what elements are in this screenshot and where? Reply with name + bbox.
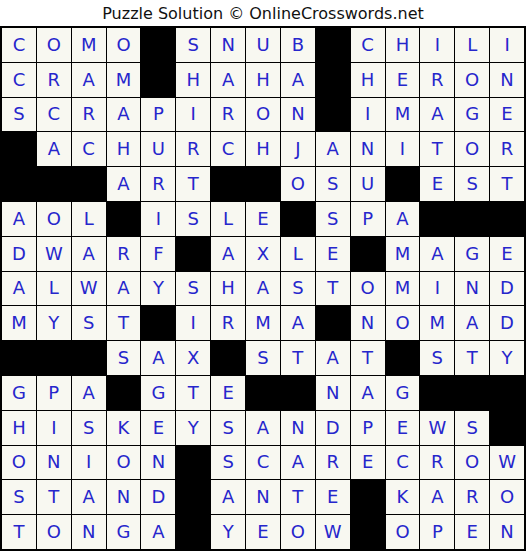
letter-cell-r10c11: T (351, 341, 385, 375)
letter-cell-r7c8: X (246, 237, 280, 271)
letter-cell-r3c15: E (490, 98, 524, 132)
letter-cell-r8c1: A (2, 272, 36, 306)
letter-cell-r15c1: T (2, 515, 36, 549)
black-cell-r11c13 (420, 376, 454, 410)
letter-cell-r6c2: O (37, 202, 71, 236)
letter-cell-r9c7: R (211, 306, 245, 340)
letter-cell-r14c7: A (211, 480, 245, 514)
letter-cell-r3c4: A (107, 98, 141, 132)
letter-cell-r14c5: D (141, 480, 175, 514)
letter-cell-r14c8: N (246, 480, 280, 514)
letter-cell-r13c9: A (281, 446, 315, 480)
black-cell-r11c14 (455, 376, 489, 410)
letter-cell-r10c5: A (141, 341, 175, 375)
black-cell-r5c8 (246, 167, 280, 201)
letter-cell-r2c13: R (420, 63, 454, 97)
black-cell-r11c9 (281, 376, 315, 410)
black-cell-r14c6 (176, 480, 210, 514)
letter-cell-r2c14: O (455, 63, 489, 97)
letter-cell-r9c13: M (420, 306, 454, 340)
letter-cell-r10c14: T (455, 341, 489, 375)
letter-cell-r7c13: A (420, 237, 454, 271)
letter-cell-r8c2: L (37, 272, 71, 306)
letter-cell-r9c3: S (72, 306, 106, 340)
letter-cell-r2c12: E (386, 63, 420, 97)
letter-cell-r2c15: N (490, 63, 524, 97)
black-cell-r6c15 (490, 202, 524, 236)
letter-cell-r15c2: O (37, 515, 71, 549)
letter-cell-r4c15: R (490, 132, 524, 166)
letter-cell-r10c9: T (281, 341, 315, 375)
letter-cell-r10c8: S (246, 341, 280, 375)
letter-cell-r15c12: O (386, 515, 420, 549)
letter-cell-r7c4: R (107, 237, 141, 271)
letter-cell-r11c11: A (351, 376, 385, 410)
letter-cell-r15c13: P (420, 515, 454, 549)
letter-cell-r12c12: E (386, 411, 420, 445)
letter-cell-r8c3: W (72, 272, 106, 306)
letter-cell-r12c9: N (281, 411, 315, 445)
letter-cell-r11c12: G (386, 376, 420, 410)
black-cell-r10c1 (2, 341, 36, 375)
letter-cell-r8c14: N (455, 272, 489, 306)
letter-cell-r1c11: C (351, 28, 385, 62)
letter-cell-r2c6: H (176, 63, 210, 97)
letter-cell-r3c9: N (281, 98, 315, 132)
letter-cell-r15c10: W (316, 515, 350, 549)
letter-cell-r12c1: H (2, 411, 36, 445)
letter-cell-r5c4: A (107, 167, 141, 201)
letter-cell-r13c12: C (386, 446, 420, 480)
letter-cell-r13c1: O (2, 446, 36, 480)
black-cell-r6c9 (281, 202, 315, 236)
letter-cell-r5c14: S (455, 167, 489, 201)
letter-cell-r6c1: A (2, 202, 36, 236)
crossword-grid: COMOSNUBCHILICRAMHAHAHERONSCRAPIRONIMAGE… (0, 26, 526, 551)
black-cell-r1c5 (141, 28, 175, 62)
letter-cell-r2c7: A (211, 63, 245, 97)
letter-cell-r12c5: E (141, 411, 175, 445)
letter-cell-r2c4: M (107, 63, 141, 97)
letter-cell-r1c6: S (176, 28, 210, 62)
black-cell-r9c10 (316, 306, 350, 340)
letter-cell-r4c3: C (72, 132, 106, 166)
black-cell-r9c5 (141, 306, 175, 340)
letter-cell-r10c6: X (176, 341, 210, 375)
letter-cell-r12c10: D (316, 411, 350, 445)
letter-cell-r13c10: R (316, 446, 350, 480)
letter-cell-r7c9: L (281, 237, 315, 271)
letter-cell-r12c7: S (211, 411, 245, 445)
black-cell-r15c6 (176, 515, 210, 549)
letter-cell-r13c8: C (246, 446, 280, 480)
letter-cell-r15c5: A (141, 515, 175, 549)
black-cell-r7c6 (176, 237, 210, 271)
letter-cell-r8c11: O (351, 272, 385, 306)
letter-cell-r2c2: R (37, 63, 71, 97)
letter-cell-r14c12: K (386, 480, 420, 514)
letter-cell-r13c3: I (72, 446, 106, 480)
letter-cell-r10c15: Y (490, 341, 524, 375)
letter-cell-r4c5: U (141, 132, 175, 166)
letter-cell-r2c3: A (72, 63, 106, 97)
black-cell-r11c4 (107, 376, 141, 410)
black-cell-r5c3 (72, 167, 106, 201)
black-cell-r4c1 (2, 132, 36, 166)
letter-cell-r6c3: L (72, 202, 106, 236)
letter-cell-r9c15: D (490, 306, 524, 340)
letter-cell-r3c3: R (72, 98, 106, 132)
letter-cell-r4c7: C (211, 132, 245, 166)
letter-cell-r14c3: A (72, 480, 106, 514)
letter-cell-r1c8: U (246, 28, 280, 62)
letter-cell-r14c4: N (107, 480, 141, 514)
letter-cell-r2c9: A (281, 63, 315, 97)
black-cell-r11c15 (490, 376, 524, 410)
letter-cell-r7c10: E (316, 237, 350, 271)
letter-cell-r1c13: I (420, 28, 454, 62)
letter-cell-r4c6: R (176, 132, 210, 166)
letter-cell-r4c12: I (386, 132, 420, 166)
letter-cell-r13c13: R (420, 446, 454, 480)
letter-cell-r11c10: N (316, 376, 350, 410)
letter-cell-r4c14: O (455, 132, 489, 166)
letter-cell-r4c9: J (281, 132, 315, 166)
black-cell-r6c13 (420, 202, 454, 236)
letter-cell-r12c11: P (351, 411, 385, 445)
black-cell-r10c3 (72, 341, 106, 375)
letter-cell-r5c9: O (281, 167, 315, 201)
letter-cell-r14c13: A (420, 480, 454, 514)
letter-cell-r14c2: T (37, 480, 71, 514)
letter-cell-r6c11: P (351, 202, 385, 236)
letter-cell-r15c14: E (455, 515, 489, 549)
letter-cell-r12c14: S (455, 411, 489, 445)
letter-cell-r3c12: M (386, 98, 420, 132)
letter-cell-r3c13: A (420, 98, 454, 132)
letter-cell-r1c4: O (107, 28, 141, 62)
letter-cell-r3c8: O (246, 98, 280, 132)
letter-cell-r13c5: N (141, 446, 175, 480)
letter-cell-r5c10: S (316, 167, 350, 201)
letter-cell-r6c10: S (316, 202, 350, 236)
letter-cell-r14c10: E (316, 480, 350, 514)
letter-cell-r6c6: S (176, 202, 210, 236)
black-cell-r15c11 (351, 515, 385, 549)
letter-cell-r7c2: W (37, 237, 71, 271)
letter-cell-r12c13: W (420, 411, 454, 445)
letter-cell-r6c8: E (246, 202, 280, 236)
letter-cell-r5c13: E (420, 167, 454, 201)
black-cell-r12c15 (490, 411, 524, 445)
letter-cell-r11c3: A (72, 376, 106, 410)
letter-cell-r12c6: Y (176, 411, 210, 445)
letter-cell-r9c2: Y (37, 306, 71, 340)
letter-cell-r3c2: C (37, 98, 71, 132)
letter-cell-r2c8: H (246, 63, 280, 97)
letter-cell-r5c6: T (176, 167, 210, 201)
letter-cell-r8c6: S (176, 272, 210, 306)
letter-cell-r2c11: H (351, 63, 385, 97)
black-cell-r2c10 (316, 63, 350, 97)
letter-cell-r15c3: N (72, 515, 106, 549)
letter-cell-r9c4: T (107, 306, 141, 340)
letter-cell-r1c2: O (37, 28, 71, 62)
letter-cell-r11c5: G (141, 376, 175, 410)
letter-cell-r9c8: M (246, 306, 280, 340)
letter-cell-r14c1: S (2, 480, 36, 514)
letter-cell-r13c4: O (107, 446, 141, 480)
letter-cell-r13c15: W (490, 446, 524, 480)
letter-cell-r12c8: A (246, 411, 280, 445)
letter-cell-r10c10: A (316, 341, 350, 375)
letter-cell-r8c7: H (211, 272, 245, 306)
letter-cell-r3c11: I (351, 98, 385, 132)
black-cell-r6c4 (107, 202, 141, 236)
letter-cell-r6c7: L (211, 202, 245, 236)
black-cell-r6c14 (455, 202, 489, 236)
letter-cell-r7c12: M (386, 237, 420, 271)
letter-cell-r12c2: I (37, 411, 71, 445)
letter-cell-r11c7: E (211, 376, 245, 410)
letter-cell-r8c8: A (246, 272, 280, 306)
letter-cell-r4c11: N (351, 132, 385, 166)
letter-cell-r5c11: U (351, 167, 385, 201)
black-cell-r10c2 (37, 341, 71, 375)
letter-cell-r5c5: R (141, 167, 175, 201)
letter-cell-r15c8: E (246, 515, 280, 549)
letter-cell-r9c1: M (2, 306, 36, 340)
letter-cell-r7c14: G (455, 237, 489, 271)
letter-cell-r11c1: G (2, 376, 36, 410)
letter-cell-r8c9: S (281, 272, 315, 306)
letter-cell-r8c10: T (316, 272, 350, 306)
letter-cell-r14c9: T (281, 480, 315, 514)
black-cell-r14c11 (351, 480, 385, 514)
page-title: Puzzle Solution © OnlineCrosswords.net (102, 4, 424, 23)
letter-cell-r15c4: G (107, 515, 141, 549)
letter-cell-r11c6: T (176, 376, 210, 410)
letter-cell-r7c7: A (211, 237, 245, 271)
letter-cell-r6c12: A (386, 202, 420, 236)
letter-cell-r15c15: N (490, 515, 524, 549)
letter-cell-r4c2: A (37, 132, 71, 166)
letter-cell-r9c6: I (176, 306, 210, 340)
letter-cell-r12c3: S (72, 411, 106, 445)
letter-cell-r1c3: M (72, 28, 106, 62)
letter-cell-r4c4: H (107, 132, 141, 166)
letter-cell-r1c1: C (2, 28, 36, 62)
letter-cell-r4c13: T (420, 132, 454, 166)
letter-cell-r15c9: O (281, 515, 315, 549)
letter-cell-r8c5: Y (141, 272, 175, 306)
letter-cell-r1c9: B (281, 28, 315, 62)
letter-cell-r7c1: D (2, 237, 36, 271)
letter-cell-r14c15: O (490, 480, 524, 514)
letter-cell-r3c6: I (176, 98, 210, 132)
black-cell-r2c5 (141, 63, 175, 97)
letter-cell-r9c12: O (386, 306, 420, 340)
letter-cell-r3c7: R (211, 98, 245, 132)
letter-cell-r13c11: E (351, 446, 385, 480)
letter-cell-r13c2: N (37, 446, 71, 480)
letter-cell-r7c15: E (490, 237, 524, 271)
letter-cell-r10c13: S (420, 341, 454, 375)
letter-cell-r3c14: G (455, 98, 489, 132)
black-cell-r1c10 (316, 28, 350, 62)
letter-cell-r2c1: C (2, 63, 36, 97)
black-cell-r10c7 (211, 341, 245, 375)
black-cell-r5c2 (37, 167, 71, 201)
black-cell-r5c7 (211, 167, 245, 201)
letter-cell-r10c4: S (107, 341, 141, 375)
black-cell-r5c1 (2, 167, 36, 201)
letter-cell-r13c14: O (455, 446, 489, 480)
letter-cell-r12c4: K (107, 411, 141, 445)
letter-cell-r3c1: S (2, 98, 36, 132)
letter-cell-r13c7: S (211, 446, 245, 480)
letter-cell-r9c11: N (351, 306, 385, 340)
black-cell-r3c10 (316, 98, 350, 132)
crossword-solution-page: { "game": "crossword", "title": "Puzzle … (0, 0, 526, 551)
letter-cell-r9c9: A (281, 306, 315, 340)
letter-cell-r1c14: L (455, 28, 489, 62)
letter-cell-r15c7: Y (211, 515, 245, 549)
letter-cell-r14c14: R (455, 480, 489, 514)
black-cell-r7c11 (351, 237, 385, 271)
letter-cell-r9c14: A (455, 306, 489, 340)
black-cell-r11c8 (246, 376, 280, 410)
letter-cell-r8c15: D (490, 272, 524, 306)
letter-cell-r1c15: I (490, 28, 524, 62)
black-cell-r10c12 (386, 341, 420, 375)
letter-cell-r4c10: A (316, 132, 350, 166)
letter-cell-r1c7: N (211, 28, 245, 62)
letter-cell-r7c3: A (72, 237, 106, 271)
letter-cell-r5c15: T (490, 167, 524, 201)
letter-cell-r6c5: I (141, 202, 175, 236)
letter-cell-r3c5: P (141, 98, 175, 132)
letter-cell-r8c4: A (107, 272, 141, 306)
letter-cell-r8c13: I (420, 272, 454, 306)
letter-cell-r8c12: M (386, 272, 420, 306)
letter-cell-r11c2: P (37, 376, 71, 410)
black-cell-r5c12 (386, 167, 420, 201)
letter-cell-r7c5: F (141, 237, 175, 271)
letter-cell-r4c8: H (246, 132, 280, 166)
letter-cell-r1c12: H (386, 28, 420, 62)
title-bar: Puzzle Solution © OnlineCrosswords.net (0, 0, 526, 26)
black-cell-r13c6 (176, 446, 210, 480)
